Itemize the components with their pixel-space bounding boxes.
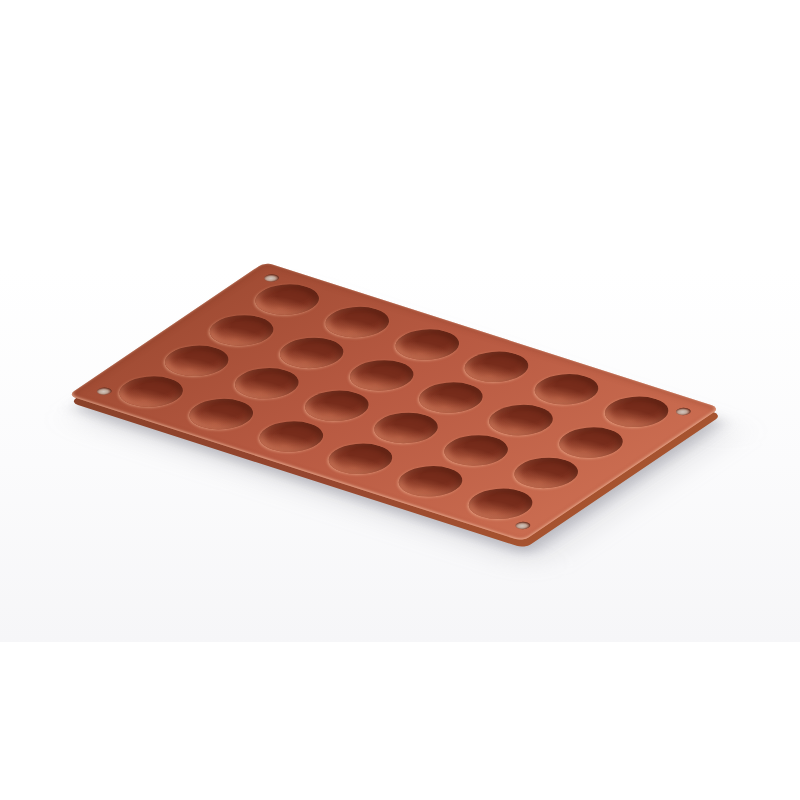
product-photo: [0, 0, 800, 800]
